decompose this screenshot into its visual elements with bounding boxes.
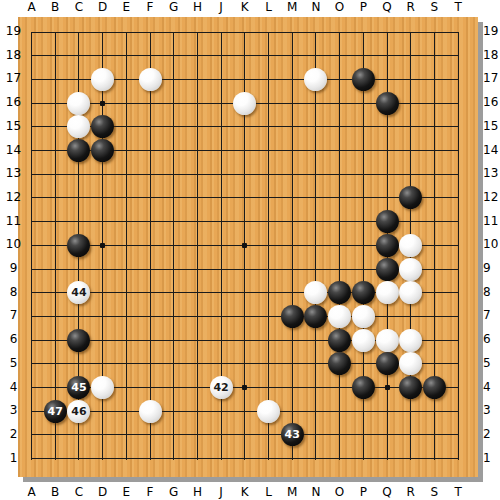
col-label-top-J: J bbox=[209, 0, 233, 15]
stone-black-S4[interactable] bbox=[423, 376, 446, 399]
move-number-46: 46 bbox=[71, 406, 86, 417]
row-label-left-9: 9 bbox=[0, 261, 27, 276]
stone-black-C14[interactable] bbox=[67, 139, 90, 162]
star-point-K4 bbox=[242, 385, 247, 390]
stone-black-Q11[interactable] bbox=[376, 210, 399, 233]
row-label-right-4: 4 bbox=[483, 380, 500, 395]
stone-black-O6[interactable] bbox=[328, 329, 351, 352]
row-label-left-19: 19 bbox=[0, 24, 27, 39]
stone-black-R4[interactable] bbox=[399, 376, 422, 399]
row-label-left-15: 15 bbox=[0, 119, 27, 134]
row-label-right-15: 15 bbox=[483, 119, 500, 134]
col-label-bottom-A: A bbox=[20, 485, 44, 500]
goban[interactable]: 444542474643 bbox=[18, 17, 478, 477]
stone-black-Q5[interactable] bbox=[376, 352, 399, 375]
stone-white-O7[interactable] bbox=[328, 305, 351, 328]
stone-black-P4[interactable] bbox=[352, 376, 375, 399]
col-label-top-F: F bbox=[138, 0, 162, 15]
col-label-top-Q: Q bbox=[375, 0, 399, 15]
col-label-top-K: K bbox=[233, 0, 257, 15]
stone-black-Q16[interactable] bbox=[376, 92, 399, 115]
stone-white-R10[interactable] bbox=[399, 234, 422, 257]
stone-white-C8[interactable]: 44 bbox=[67, 281, 90, 304]
row-label-left-10: 10 bbox=[0, 237, 27, 252]
col-label-bottom-T: T bbox=[446, 485, 470, 500]
stone-black-N7[interactable] bbox=[304, 305, 327, 328]
row-label-left-2: 2 bbox=[0, 427, 27, 442]
stone-black-M7[interactable] bbox=[281, 305, 304, 328]
row-label-right-11: 11 bbox=[483, 214, 500, 229]
stone-white-L3[interactable] bbox=[257, 400, 280, 423]
stone-black-P8[interactable] bbox=[352, 281, 375, 304]
col-label-bottom-N: N bbox=[304, 485, 328, 500]
row-label-right-14: 14 bbox=[483, 143, 500, 158]
col-label-top-D: D bbox=[91, 0, 115, 15]
grid-line bbox=[458, 32, 459, 460]
row-label-left-12: 12 bbox=[0, 190, 27, 205]
stone-white-K16[interactable] bbox=[233, 92, 256, 115]
row-label-left-1: 1 bbox=[0, 451, 27, 466]
move-number-45: 45 bbox=[71, 382, 86, 393]
col-label-bottom-Q: Q bbox=[375, 485, 399, 500]
col-label-top-A: A bbox=[20, 0, 44, 15]
grid-line bbox=[268, 32, 269, 460]
col-label-top-N: N bbox=[304, 0, 328, 15]
col-label-top-G: G bbox=[162, 0, 186, 15]
col-label-bottom-B: B bbox=[43, 485, 67, 500]
stone-black-R12[interactable] bbox=[399, 186, 422, 209]
row-label-left-14: 14 bbox=[0, 143, 27, 158]
row-label-right-3: 3 bbox=[483, 403, 500, 418]
grid-line bbox=[31, 411, 459, 412]
stone-black-O5[interactable] bbox=[328, 352, 351, 375]
row-label-left-8: 8 bbox=[0, 285, 27, 300]
row-label-right-6: 6 bbox=[483, 332, 500, 347]
col-label-bottom-E: E bbox=[114, 485, 138, 500]
col-label-top-M: M bbox=[280, 0, 304, 15]
row-label-right-17: 17 bbox=[483, 71, 500, 86]
col-label-bottom-C: C bbox=[67, 485, 91, 500]
row-label-right-18: 18 bbox=[483, 48, 500, 63]
move-number-42: 42 bbox=[213, 382, 228, 393]
stone-white-D4[interactable] bbox=[91, 376, 114, 399]
stone-white-R8[interactable] bbox=[399, 281, 422, 304]
stone-white-Q8[interactable] bbox=[376, 281, 399, 304]
col-label-top-B: B bbox=[43, 0, 67, 15]
row-label-left-18: 18 bbox=[0, 48, 27, 63]
row-label-right-8: 8 bbox=[483, 285, 500, 300]
stone-white-C16[interactable] bbox=[67, 92, 90, 115]
col-label-top-S: S bbox=[422, 0, 446, 15]
grid-line bbox=[339, 32, 340, 460]
row-label-right-19: 19 bbox=[483, 24, 500, 39]
star-point-K10 bbox=[242, 243, 247, 248]
row-label-left-3: 3 bbox=[0, 403, 27, 418]
stone-white-N17[interactable] bbox=[304, 68, 327, 91]
col-label-bottom-O: O bbox=[328, 485, 352, 500]
col-label-bottom-M: M bbox=[280, 485, 304, 500]
col-label-top-C: C bbox=[67, 0, 91, 15]
stone-white-N8[interactable] bbox=[304, 281, 327, 304]
stone-white-C15[interactable] bbox=[67, 115, 90, 138]
col-label-bottom-L: L bbox=[257, 485, 281, 500]
col-label-top-H: H bbox=[185, 0, 209, 15]
stone-white-R5[interactable] bbox=[399, 352, 422, 375]
stone-white-Q6[interactable] bbox=[376, 329, 399, 352]
stone-black-C6[interactable] bbox=[67, 329, 90, 352]
grid-line bbox=[292, 32, 293, 460]
col-label-top-O: O bbox=[328, 0, 352, 15]
stone-black-D15[interactable] bbox=[91, 115, 114, 138]
col-label-bottom-R: R bbox=[399, 485, 423, 500]
col-label-bottom-F: F bbox=[138, 485, 162, 500]
go-diagram: 444542474643 ABCDEFGHJKLMNOPQRST ABCDEFG… bbox=[0, 0, 500, 500]
stone-white-R9[interactable] bbox=[399, 258, 422, 281]
grid-line bbox=[31, 434, 459, 435]
row-label-right-10: 10 bbox=[483, 237, 500, 252]
col-label-bottom-J: J bbox=[209, 485, 233, 500]
move-number-44: 44 bbox=[71, 287, 86, 298]
stone-black-Q10[interactable] bbox=[376, 234, 399, 257]
row-label-right-2: 2 bbox=[483, 427, 500, 442]
grid-line bbox=[31, 316, 459, 317]
stone-white-D17[interactable] bbox=[91, 68, 114, 91]
col-label-top-P: P bbox=[351, 0, 375, 15]
col-label-top-L: L bbox=[257, 0, 281, 15]
row-label-left-16: 16 bbox=[0, 95, 27, 110]
col-label-bottom-P: P bbox=[351, 485, 375, 500]
stone-black-M2[interactable]: 43 bbox=[281, 423, 304, 446]
stone-black-B3[interactable]: 47 bbox=[44, 400, 67, 423]
row-label-right-16: 16 bbox=[483, 95, 500, 110]
stone-white-R6[interactable] bbox=[399, 329, 422, 352]
col-label-bottom-G: G bbox=[162, 485, 186, 500]
row-label-left-11: 11 bbox=[0, 214, 27, 229]
row-label-right-9: 9 bbox=[483, 261, 500, 276]
stone-white-J4[interactable]: 42 bbox=[210, 376, 233, 399]
row-label-right-12: 12 bbox=[483, 190, 500, 205]
row-label-right-7: 7 bbox=[483, 308, 500, 323]
row-label-left-5: 5 bbox=[0, 356, 27, 371]
stone-black-C10[interactable] bbox=[67, 234, 90, 257]
row-label-left-17: 17 bbox=[0, 71, 27, 86]
stone-black-Q9[interactable] bbox=[376, 258, 399, 281]
col-label-bottom-D: D bbox=[91, 485, 115, 500]
stone-black-P17[interactable] bbox=[352, 68, 375, 91]
star-point-Q4 bbox=[385, 385, 390, 390]
row-label-right-1: 1 bbox=[483, 451, 500, 466]
row-label-left-4: 4 bbox=[0, 380, 27, 395]
col-label-bottom-S: S bbox=[422, 485, 446, 500]
star-point-D10 bbox=[100, 243, 105, 248]
col-label-top-E: E bbox=[114, 0, 138, 15]
row-label-left-13: 13 bbox=[0, 166, 27, 181]
col-label-bottom-K: K bbox=[233, 485, 257, 500]
row-label-left-6: 6 bbox=[0, 332, 27, 347]
grid-line bbox=[315, 32, 316, 460]
stone-white-F3[interactable] bbox=[139, 400, 162, 423]
stone-black-D14[interactable] bbox=[91, 139, 114, 162]
col-label-top-T: T bbox=[446, 0, 470, 15]
stone-white-P6[interactable] bbox=[352, 329, 375, 352]
stone-black-C4[interactable]: 45 bbox=[67, 376, 90, 399]
grid-line bbox=[31, 458, 459, 459]
star-point-D16 bbox=[100, 101, 105, 106]
row-label-right-13: 13 bbox=[483, 166, 500, 181]
stone-white-F17[interactable] bbox=[139, 68, 162, 91]
stone-black-O8[interactable] bbox=[328, 281, 351, 304]
stone-white-P7[interactable] bbox=[352, 305, 375, 328]
stone-white-C3[interactable]: 46 bbox=[67, 400, 90, 423]
row-label-left-7: 7 bbox=[0, 308, 27, 323]
move-number-47: 47 bbox=[48, 406, 63, 417]
col-label-top-R: R bbox=[399, 0, 423, 15]
col-label-bottom-H: H bbox=[185, 485, 209, 500]
move-number-43: 43 bbox=[285, 429, 300, 440]
row-label-right-5: 5 bbox=[483, 356, 500, 371]
